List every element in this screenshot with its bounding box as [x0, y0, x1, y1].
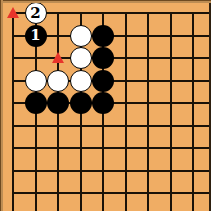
triangle-mark-icon	[7, 7, 19, 18]
white-stone	[70, 70, 92, 92]
grid-horizontal-line	[12, 192, 211, 194]
black-stone	[92, 70, 114, 92]
white-stone	[25, 70, 47, 92]
grid-vertical-line	[125, 12, 127, 211]
black-stone	[25, 92, 47, 114]
grid-vertical-line	[147, 12, 149, 211]
black-stone-move-1: 1	[25, 25, 47, 47]
black-stone	[92, 92, 114, 114]
white-stone	[70, 47, 92, 69]
white-stone	[70, 25, 92, 47]
grid-horizontal-line	[12, 125, 211, 127]
grid-horizontal-line	[12, 170, 211, 172]
go-board: 21	[0, 0, 211, 211]
board-top-border	[0, 0, 211, 3]
grid-vertical-line	[12, 12, 14, 211]
move-number-label: 2	[30, 5, 40, 20]
black-stone	[92, 25, 114, 47]
grid-horizontal-line	[12, 147, 211, 149]
triangle-mark-icon	[52, 52, 64, 63]
board-left-border	[0, 0, 3, 211]
black-stone	[92, 47, 114, 69]
black-stone	[70, 92, 92, 114]
grid-vertical-line	[170, 12, 172, 211]
white-stone-move-2: 2	[25, 2, 47, 24]
grid-vertical-line	[192, 12, 194, 211]
black-stone	[47, 92, 69, 114]
move-number-label: 1	[30, 28, 40, 43]
board-right-edge-line	[209, 0, 211, 211]
white-stone	[47, 70, 69, 92]
